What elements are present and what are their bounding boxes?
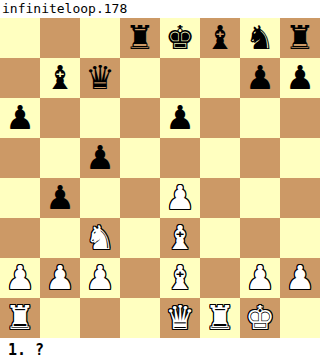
piece-black-pawn: ♟ <box>5 98 35 138</box>
square-h1[interactable] <box>280 298 320 338</box>
square-b5[interactable] <box>40 138 80 178</box>
square-b7[interactable]: ♝ <box>40 58 80 98</box>
square-d7[interactable] <box>120 58 160 98</box>
square-f5[interactable] <box>200 138 240 178</box>
square-h7[interactable]: ♟ <box>280 58 320 98</box>
square-h8[interactable]: ♜ <box>280 18 320 58</box>
square-a1[interactable]: ♜ <box>0 298 40 338</box>
piece-black-pawn: ♟ <box>165 98 195 138</box>
square-f3[interactable] <box>200 218 240 258</box>
move-prompt: 1. ? <box>0 338 320 360</box>
square-e7[interactable] <box>160 58 200 98</box>
square-c1[interactable] <box>80 298 120 338</box>
square-c2[interactable]: ♟ <box>80 258 120 298</box>
square-c8[interactable] <box>80 18 120 58</box>
piece-white-bishop: ♝ <box>165 218 195 258</box>
piece-black-king: ♚ <box>165 18 195 58</box>
piece-black-pawn: ♟ <box>85 138 115 178</box>
square-e6[interactable]: ♟ <box>160 98 200 138</box>
piece-white-rook: ♜ <box>205 298 235 338</box>
square-d3[interactable] <box>120 218 160 258</box>
square-b1[interactable] <box>40 298 80 338</box>
piece-white-queen: ♛ <box>165 298 195 338</box>
square-e2[interactable]: ♝ <box>160 258 200 298</box>
square-c7[interactable]: ♛ <box>80 58 120 98</box>
square-g7[interactable]: ♟ <box>240 58 280 98</box>
square-f2[interactable] <box>200 258 240 298</box>
square-g1[interactable]: ♚ <box>240 298 280 338</box>
square-g5[interactable] <box>240 138 280 178</box>
square-a6[interactable]: ♟ <box>0 98 40 138</box>
square-d5[interactable] <box>120 138 160 178</box>
piece-white-pawn: ♟ <box>5 258 35 298</box>
chess-board: ♜♚♝♞♜♝♛♟♟♟♟♟♟♟♞♝♟♟♟♝♟♟♜♛♜♚ <box>0 18 320 338</box>
piece-white-rook: ♜ <box>5 298 35 338</box>
square-d6[interactable] <box>120 98 160 138</box>
square-a3[interactable] <box>0 218 40 258</box>
square-h3[interactable] <box>280 218 320 258</box>
piece-white-bishop: ♝ <box>165 258 195 298</box>
square-e8[interactable]: ♚ <box>160 18 200 58</box>
piece-black-bishop: ♝ <box>205 18 235 58</box>
square-e4[interactable]: ♟ <box>160 178 200 218</box>
piece-white-pawn: ♟ <box>245 258 275 298</box>
square-g3[interactable] <box>240 218 280 258</box>
square-e5[interactable] <box>160 138 200 178</box>
square-h4[interactable] <box>280 178 320 218</box>
square-g2[interactable]: ♟ <box>240 258 280 298</box>
square-c4[interactable] <box>80 178 120 218</box>
square-b4[interactable]: ♟ <box>40 178 80 218</box>
square-g4[interactable] <box>240 178 280 218</box>
piece-black-bishop: ♝ <box>45 58 75 98</box>
piece-black-pawn: ♟ <box>285 58 315 98</box>
square-e1[interactable]: ♛ <box>160 298 200 338</box>
square-a2[interactable]: ♟ <box>0 258 40 298</box>
square-h5[interactable] <box>280 138 320 178</box>
piece-black-rook: ♜ <box>285 18 315 58</box>
square-a7[interactable] <box>0 58 40 98</box>
square-d2[interactable] <box>120 258 160 298</box>
piece-white-pawn: ♟ <box>45 258 75 298</box>
square-f4[interactable] <box>200 178 240 218</box>
diagram-title: infiniteloop.178 <box>0 0 320 18</box>
square-h6[interactable] <box>280 98 320 138</box>
square-d8[interactable]: ♜ <box>120 18 160 58</box>
piece-white-pawn: ♟ <box>285 258 315 298</box>
piece-white-king: ♚ <box>245 298 275 338</box>
square-b8[interactable] <box>40 18 80 58</box>
square-b2[interactable]: ♟ <box>40 258 80 298</box>
chess-diagram: infiniteloop.178 ♜♚♝♞♜♝♛♟♟♟♟♟♟♟♞♝♟♟♟♝♟♟♜… <box>0 0 320 360</box>
square-b3[interactable] <box>40 218 80 258</box>
piece-black-rook: ♜ <box>125 18 155 58</box>
piece-white-knight: ♞ <box>85 218 115 258</box>
square-h2[interactable]: ♟ <box>280 258 320 298</box>
square-g8[interactable]: ♞ <box>240 18 280 58</box>
piece-black-pawn: ♟ <box>245 58 275 98</box>
square-b6[interactable] <box>40 98 80 138</box>
piece-black-pawn: ♟ <box>45 178 75 218</box>
square-f1[interactable]: ♜ <box>200 298 240 338</box>
piece-white-pawn: ♟ <box>165 178 195 218</box>
square-c5[interactable]: ♟ <box>80 138 120 178</box>
square-d1[interactable] <box>120 298 160 338</box>
piece-black-knight: ♞ <box>245 18 275 58</box>
square-a4[interactable] <box>0 178 40 218</box>
piece-white-pawn: ♟ <box>85 258 115 298</box>
square-c3[interactable]: ♞ <box>80 218 120 258</box>
square-a8[interactable] <box>0 18 40 58</box>
square-f6[interactable] <box>200 98 240 138</box>
square-c6[interactable] <box>80 98 120 138</box>
square-f7[interactable] <box>200 58 240 98</box>
piece-black-queen: ♛ <box>85 58 115 98</box>
square-a5[interactable] <box>0 138 40 178</box>
square-e3[interactable]: ♝ <box>160 218 200 258</box>
square-g6[interactable] <box>240 98 280 138</box>
square-d4[interactable] <box>120 178 160 218</box>
square-f8[interactable]: ♝ <box>200 18 240 58</box>
